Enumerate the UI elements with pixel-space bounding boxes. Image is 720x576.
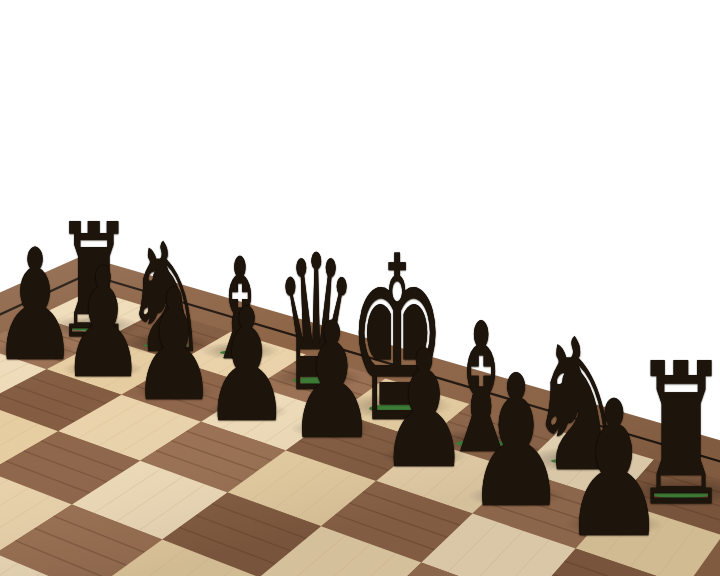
pawn-glyph: ♟ [497, 376, 720, 564]
chess-set-photo: ♜♞♝♛♚♝♞♜♟♟♟♟♟♟♟♟ [0, 0, 720, 576]
pieces-layer: ♜♞♝♛♚♝♞♜♟♟♟♟♟♟♟♟ [0, 0, 720, 576]
